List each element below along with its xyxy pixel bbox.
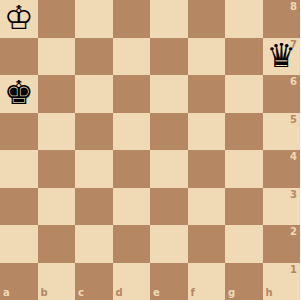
file-label-g: g [228, 288, 235, 298]
chess-board: ♔8♛7♚65432abcdefg1h [0, 0, 300, 300]
square-g2[interactable] [225, 225, 263, 263]
square-g8[interactable] [225, 0, 263, 38]
square-e7[interactable] [150, 38, 188, 76]
square-a1[interactable]: a [0, 263, 38, 300]
square-g3[interactable] [225, 188, 263, 226]
square-d4[interactable] [113, 150, 151, 188]
square-g6[interactable] [225, 75, 263, 113]
square-d2[interactable] [113, 225, 151, 263]
square-a2[interactable] [0, 225, 38, 263]
white-king[interactable]: ♔ [4, 1, 34, 34]
rank-label-8: 8 [290, 2, 297, 12]
square-f2[interactable] [188, 225, 226, 263]
file-label-f: f [191, 288, 195, 298]
square-b6[interactable] [38, 75, 76, 113]
square-d6[interactable] [113, 75, 151, 113]
square-f4[interactable] [188, 150, 226, 188]
square-h7[interactable]: ♛7 [263, 38, 301, 76]
square-f7[interactable] [188, 38, 226, 76]
square-b1[interactable]: b [38, 263, 76, 300]
square-b2[interactable] [38, 225, 76, 263]
square-a7[interactable] [0, 38, 38, 76]
square-e4[interactable] [150, 150, 188, 188]
square-c4[interactable] [75, 150, 113, 188]
square-f3[interactable] [188, 188, 226, 226]
square-f1[interactable]: f [188, 263, 226, 300]
square-b5[interactable] [38, 113, 76, 151]
square-a6[interactable]: ♚ [0, 75, 38, 113]
square-c1[interactable]: c [75, 263, 113, 300]
file-label-e: e [153, 288, 160, 298]
square-h2[interactable]: 2 [263, 225, 301, 263]
square-e2[interactable] [150, 225, 188, 263]
square-h4[interactable]: 4 [263, 150, 301, 188]
square-f6[interactable] [188, 75, 226, 113]
square-f8[interactable] [188, 0, 226, 38]
square-b3[interactable] [38, 188, 76, 226]
square-a4[interactable] [0, 150, 38, 188]
file-label-a: a [3, 288, 10, 298]
square-g1[interactable]: g [225, 263, 263, 300]
file-label-d: d [116, 288, 123, 298]
square-c7[interactable] [75, 38, 113, 76]
square-g7[interactable] [225, 38, 263, 76]
rank-label-7: 7 [290, 40, 297, 50]
square-h3[interactable]: 3 [263, 188, 301, 226]
square-c2[interactable] [75, 225, 113, 263]
rank-label-4: 4 [290, 152, 297, 162]
square-a8[interactable]: ♔ [0, 0, 38, 38]
square-d5[interactable] [113, 113, 151, 151]
file-label-c: c [78, 288, 84, 298]
square-c5[interactable] [75, 113, 113, 151]
square-e1[interactable]: e [150, 263, 188, 300]
square-h6[interactable]: 6 [263, 75, 301, 113]
square-c8[interactable] [75, 0, 113, 38]
rank-label-5: 5 [290, 115, 297, 125]
square-f5[interactable] [188, 113, 226, 151]
square-h5[interactable]: 5 [263, 113, 301, 151]
square-e8[interactable] [150, 0, 188, 38]
rank-label-1: 1 [290, 265, 297, 275]
black-king[interactable]: ♚ [4, 76, 34, 109]
rank-label-2: 2 [290, 227, 297, 237]
square-e5[interactable] [150, 113, 188, 151]
square-d1[interactable]: d [113, 263, 151, 300]
square-c6[interactable] [75, 75, 113, 113]
square-e6[interactable] [150, 75, 188, 113]
file-label-b: b [41, 288, 48, 298]
square-b4[interactable] [38, 150, 76, 188]
square-d8[interactable] [113, 0, 151, 38]
square-b8[interactable] [38, 0, 76, 38]
square-c3[interactable] [75, 188, 113, 226]
square-a3[interactable] [0, 188, 38, 226]
square-b7[interactable] [38, 38, 76, 76]
rank-label-6: 6 [290, 77, 297, 87]
square-g5[interactable] [225, 113, 263, 151]
square-d3[interactable] [113, 188, 151, 226]
square-h8[interactable]: 8 [263, 0, 301, 38]
square-h1[interactable]: 1h [263, 263, 301, 300]
square-g4[interactable] [225, 150, 263, 188]
file-label-h: h [266, 288, 273, 298]
square-a5[interactable] [0, 113, 38, 151]
rank-label-3: 3 [290, 190, 297, 200]
square-d7[interactable] [113, 38, 151, 76]
square-e3[interactable] [150, 188, 188, 226]
